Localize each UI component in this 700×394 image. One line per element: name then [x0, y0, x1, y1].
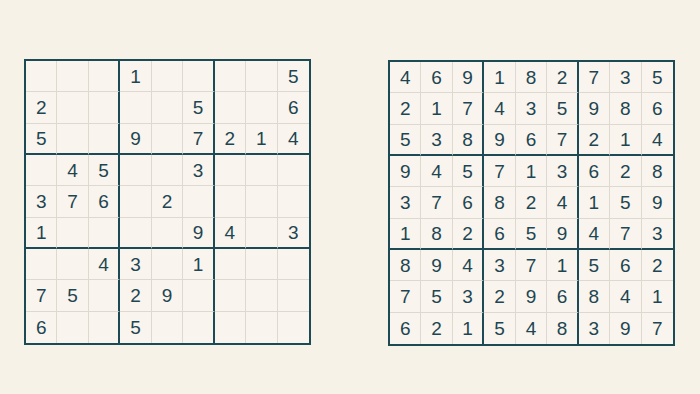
solution-cell-r5c1: 3	[390, 187, 421, 218]
puzzle-cell-r5c4[interactable]	[120, 186, 151, 217]
solution-cell-r2c7: 9	[579, 93, 610, 124]
puzzle-cell-r6c8[interactable]	[246, 218, 277, 249]
solution-cell-r3c4: 9	[484, 125, 515, 156]
solution-cell-r4c2: 4	[421, 156, 452, 187]
solution-cell-r8c9: 1	[642, 281, 673, 312]
solution-cell-r3c3: 8	[453, 125, 484, 156]
puzzle-cell-r5c3[interactable]: 6	[89, 186, 120, 217]
puzzle-cell-r7c3[interactable]: 4	[89, 249, 120, 280]
solution-cell-r8c7: 8	[579, 281, 610, 312]
puzzle-cell-r2c9[interactable]: 6	[278, 92, 309, 123]
puzzle-cell-r6c2[interactable]	[57, 218, 88, 249]
solution-cell-r6c3: 2	[453, 219, 484, 250]
puzzle-cell-r9c7[interactable]	[215, 312, 246, 343]
solution-cell-r9c8: 9	[610, 313, 641, 344]
sudoku-puzzle-board: 1525659721445337621943431752965	[24, 59, 311, 345]
puzzle-cell-r9c8[interactable]	[246, 312, 277, 343]
solution-cell-r7c7: 5	[579, 250, 610, 281]
solution-cell-r8c2: 5	[421, 281, 452, 312]
solution-cell-r6c4: 6	[484, 219, 515, 250]
solution-cell-r4c6: 3	[547, 156, 578, 187]
solution-cell-r3c5: 6	[516, 125, 547, 156]
puzzle-cell-r4c7[interactable]	[215, 155, 246, 186]
solution-cell-r7c4: 3	[484, 250, 515, 281]
puzzle-cell-r7c8[interactable]	[246, 249, 277, 280]
puzzle-cell-r6c7[interactable]: 4	[215, 218, 246, 249]
solution-cell-r2c2: 1	[421, 93, 452, 124]
puzzle-cell-r4c4[interactable]	[120, 155, 151, 186]
puzzle-cell-r1c3[interactable]	[89, 61, 120, 92]
puzzle-cell-r1c5[interactable]	[152, 61, 183, 92]
solution-cell-r9c4: 5	[484, 313, 515, 344]
puzzle-cell-r7c9[interactable]	[278, 249, 309, 280]
puzzle-cell-r5c1[interactable]: 3	[26, 186, 57, 217]
solution-cell-r5c9: 9	[642, 187, 673, 218]
solution-cell-r2c3: 7	[453, 93, 484, 124]
solution-cell-r9c6: 8	[547, 313, 578, 344]
puzzle-cell-r3c8[interactable]: 1	[246, 124, 277, 155]
puzzle-cell-r4c2[interactable]: 4	[57, 155, 88, 186]
puzzle-cell-r7c2[interactable]	[57, 249, 88, 280]
solution-cell-r9c3: 1	[453, 313, 484, 344]
solution-cell-r7c3: 4	[453, 250, 484, 281]
puzzle-cell-r3c4[interactable]: 9	[120, 124, 151, 155]
solution-cell-r5c5: 2	[516, 187, 547, 218]
solution-cell-r1c2: 6	[421, 62, 452, 93]
solution-cell-r6c9: 3	[642, 219, 673, 250]
solution-cell-r9c5: 4	[516, 313, 547, 344]
solution-cell-r5c2: 7	[421, 187, 452, 218]
sudoku-solution-board: 4691827352174359865389672149457136283768…	[388, 60, 675, 346]
solution-cell-r4c4: 7	[484, 156, 515, 187]
puzzle-cell-r4c9[interactable]	[278, 155, 309, 186]
puzzle-cell-r1c4[interactable]: 1	[120, 61, 151, 92]
solution-cell-r5c4: 8	[484, 187, 515, 218]
puzzle-cell-r4c6[interactable]: 3	[183, 155, 214, 186]
solution-cell-r3c9: 4	[642, 125, 673, 156]
solution-cell-r3c7: 2	[579, 125, 610, 156]
puzzle-cell-r1c6[interactable]	[183, 61, 214, 92]
solution-cell-r3c2: 3	[421, 125, 452, 156]
solution-cell-r2c6: 5	[547, 93, 578, 124]
puzzle-cell-r2c7[interactable]	[215, 92, 246, 123]
solution-cell-r4c9: 8	[642, 156, 673, 187]
solution-cell-r7c9: 2	[642, 250, 673, 281]
solution-cell-r3c6: 7	[547, 125, 578, 156]
solution-cell-r9c7: 3	[579, 313, 610, 344]
puzzle-cell-r6c5[interactable]	[152, 218, 183, 249]
puzzle-cell-r7c7[interactable]	[215, 249, 246, 280]
solution-cell-r3c8: 1	[610, 125, 641, 156]
solution-cell-r9c9: 7	[642, 313, 673, 344]
puzzle-cell-r2c2[interactable]	[57, 92, 88, 123]
solution-cell-r1c1: 4	[390, 62, 421, 93]
solution-cell-r6c8: 7	[610, 219, 641, 250]
solution-cell-r4c5: 1	[516, 156, 547, 187]
solution-cell-r5c6: 4	[547, 187, 578, 218]
solution-cell-r8c5: 9	[516, 281, 547, 312]
solution-cell-r1c3: 9	[453, 62, 484, 93]
solution-cell-r1c6: 2	[547, 62, 578, 93]
puzzle-cell-r8c9[interactable]	[278, 280, 309, 311]
puzzle-cell-r3c2[interactable]	[57, 124, 88, 155]
solution-cell-r1c5: 8	[516, 62, 547, 93]
solution-cell-r7c5: 7	[516, 250, 547, 281]
solution-cell-r2c1: 2	[390, 93, 421, 124]
puzzle-cell-r2c5[interactable]	[152, 92, 183, 123]
solution-cell-r4c3: 5	[453, 156, 484, 187]
puzzle-cell-r8c7[interactable]	[215, 280, 246, 311]
puzzle-cell-r6c4[interactable]	[120, 218, 151, 249]
puzzle-cell-r5c9[interactable]	[278, 186, 309, 217]
solution-cell-r6c5: 5	[516, 219, 547, 250]
puzzle-cell-r7c5[interactable]	[152, 249, 183, 280]
puzzle-cell-r2c1[interactable]: 2	[26, 92, 57, 123]
puzzle-cell-r1c1[interactable]	[26, 61, 57, 92]
puzzle-cell-r4c3[interactable]: 5	[89, 155, 120, 186]
puzzle-cell-r3c3[interactable]	[89, 124, 120, 155]
solution-cell-r8c4: 2	[484, 281, 515, 312]
puzzle-cell-r2c3[interactable]	[89, 92, 120, 123]
solution-cell-r6c1: 1	[390, 219, 421, 250]
solution-cell-r1c9: 5	[642, 62, 673, 93]
puzzle-cell-r9c1[interactable]: 6	[26, 312, 57, 343]
puzzle-cell-r9c6[interactable]	[183, 312, 214, 343]
puzzle-cell-r6c6[interactable]: 9	[183, 218, 214, 249]
solution-cell-r1c7: 7	[579, 62, 610, 93]
solution-cell-r5c3: 6	[453, 187, 484, 218]
solution-cell-r1c4: 1	[484, 62, 515, 93]
puzzle-cell-r8c6[interactable]	[183, 280, 214, 311]
solution-cell-r7c8: 6	[610, 250, 641, 281]
puzzle-cell-r1c7[interactable]	[215, 61, 246, 92]
puzzle-cell-r5c2[interactable]: 7	[57, 186, 88, 217]
solution-cell-r2c5: 3	[516, 93, 547, 124]
puzzle-cell-r2c4[interactable]	[120, 92, 151, 123]
puzzle-cell-r4c8[interactable]	[246, 155, 277, 186]
solution-cell-r8c3: 3	[453, 281, 484, 312]
solution-cell-r4c7: 6	[579, 156, 610, 187]
solution-cell-r7c1: 8	[390, 250, 421, 281]
solution-cell-r4c1: 9	[390, 156, 421, 187]
puzzle-cell-r5c6[interactable]	[183, 186, 214, 217]
puzzle-cell-r7c4[interactable]: 3	[120, 249, 151, 280]
puzzle-cell-r9c5[interactable]	[152, 312, 183, 343]
puzzle-cell-r6c9[interactable]: 3	[278, 218, 309, 249]
solution-cell-r6c7: 4	[579, 219, 610, 250]
puzzle-cell-r5c7[interactable]	[215, 186, 246, 217]
solution-cell-r8c8: 4	[610, 281, 641, 312]
puzzle-cell-r8c2[interactable]: 5	[57, 280, 88, 311]
solution-cell-r5c8: 5	[610, 187, 641, 218]
solution-cell-r2c8: 8	[610, 93, 641, 124]
puzzle-cell-r5c8[interactable]	[246, 186, 277, 217]
solution-cell-r8c6: 6	[547, 281, 578, 312]
puzzle-cell-r8c5[interactable]: 9	[152, 280, 183, 311]
puzzle-cell-r8c4[interactable]: 2	[120, 280, 151, 311]
puzzle-cell-r8c8[interactable]	[246, 280, 277, 311]
solution-cell-r6c2: 8	[421, 219, 452, 250]
solution-cell-r9c2: 2	[421, 313, 452, 344]
puzzle-cell-r9c9[interactable]	[278, 312, 309, 343]
puzzle-cell-r8c3[interactable]	[89, 280, 120, 311]
puzzle-cell-r3c6[interactable]: 7	[183, 124, 214, 155]
solution-cell-r7c2: 9	[421, 250, 452, 281]
puzzle-cell-r7c1[interactable]	[26, 249, 57, 280]
puzzle-cell-r5c5[interactable]: 2	[152, 186, 183, 217]
puzzle-cell-r9c3[interactable]	[89, 312, 120, 343]
solution-cell-r6c6: 9	[547, 219, 578, 250]
puzzle-cell-r9c4[interactable]: 5	[120, 312, 151, 343]
puzzle-cell-r3c7[interactable]: 2	[215, 124, 246, 155]
puzzle-cell-r7c6[interactable]: 1	[183, 249, 214, 280]
puzzle-cell-r1c9[interactable]: 5	[278, 61, 309, 92]
solution-cell-r2c9: 6	[642, 93, 673, 124]
solution-cell-r5c7: 1	[579, 187, 610, 218]
solution-cell-r3c1: 5	[390, 125, 421, 156]
puzzle-cell-r1c2[interactable]	[57, 61, 88, 92]
puzzle-cell-r3c9[interactable]: 4	[278, 124, 309, 155]
puzzle-cell-r8c1[interactable]: 7	[26, 280, 57, 311]
puzzle-cell-r2c8[interactable]	[246, 92, 277, 123]
puzzle-cell-r6c3[interactable]	[89, 218, 120, 249]
puzzle-cell-r1c8[interactable]	[246, 61, 277, 92]
solution-cell-r8c1: 7	[390, 281, 421, 312]
solution-cell-r1c8: 3	[610, 62, 641, 93]
solution-cell-r2c4: 4	[484, 93, 515, 124]
puzzle-cell-r4c1[interactable]	[26, 155, 57, 186]
solution-cell-r7c6: 1	[547, 250, 578, 281]
puzzle-cell-r4c5[interactable]	[152, 155, 183, 186]
solution-cell-r4c8: 2	[610, 156, 641, 187]
puzzle-cell-r9c2[interactable]	[57, 312, 88, 343]
puzzle-cell-r3c1[interactable]: 5	[26, 124, 57, 155]
puzzle-cell-r6c1[interactable]: 1	[26, 218, 57, 249]
solution-cell-r9c1: 6	[390, 313, 421, 344]
puzzle-cell-r2c6[interactable]: 5	[183, 92, 214, 123]
puzzle-cell-r3c5[interactable]	[152, 124, 183, 155]
